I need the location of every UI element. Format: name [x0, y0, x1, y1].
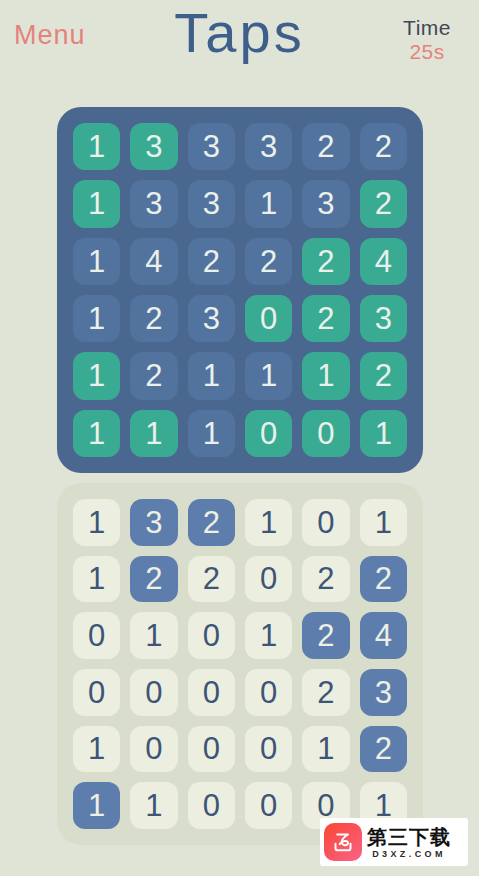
bottom-board-cell-r1c1: 1 [73, 499, 120, 546]
top-board-cell-r5c6[interactable]: 2 [360, 352, 407, 399]
top-board-cell-r3c3[interactable]: 2 [188, 238, 235, 285]
top-board-cell-r6c1[interactable]: 1 [73, 410, 120, 457]
bottom-board-cell-r2c4: 0 [245, 556, 292, 603]
bottom-board-cell-r2c6: 2 [360, 556, 407, 603]
top-board-cell-r2c4[interactable]: 1 [245, 180, 292, 227]
top-board-cell-r5c2[interactable]: 2 [130, 352, 177, 399]
timer-label: Time [403, 16, 451, 40]
bottom-board-cell-r3c6: 4 [360, 612, 407, 659]
top-board-cell-r3c6[interactable]: 4 [360, 238, 407, 285]
top-board-cell-r3c1[interactable]: 1 [73, 238, 120, 285]
bottom-board-cell-r4c4: 0 [245, 669, 292, 716]
top-board-cell-r6c3[interactable]: 1 [188, 410, 235, 457]
bottom-board-cell-r4c1: 0 [73, 669, 120, 716]
top-board-cell-r3c2[interactable]: 4 [130, 238, 177, 285]
bottom-board-cell-r2c3: 2 [188, 556, 235, 603]
bottom-board-cell-r1c3: 2 [188, 499, 235, 546]
top-board-cell-r4c5[interactable]: 2 [302, 295, 349, 342]
watermark-domain: D3XZ.COM [372, 849, 446, 859]
bottom-board-cell-r3c4: 1 [245, 612, 292, 659]
top-board-cell-r1c2[interactable]: 3 [130, 123, 177, 170]
timer-value: 25s [403, 40, 451, 64]
top-board-cell-r6c4[interactable]: 0 [245, 410, 292, 457]
watermark: 第三下载 D3XZ.COM [320, 818, 468, 866]
top-board-cell-r1c5[interactable]: 2 [302, 123, 349, 170]
taps-app: Menu Taps Time 25s 133322133132142224123… [0, 0, 479, 876]
top-board-cell-r5c5[interactable]: 1 [302, 352, 349, 399]
play-board: 133322133132142224123023121112111001 [57, 107, 423, 473]
bottom-board-cell-r5c6: 2 [360, 726, 407, 773]
bottom-board-cell-r5c2: 0 [130, 726, 177, 773]
top-board-cell-r5c3[interactable]: 1 [188, 352, 235, 399]
bottom-board-cell-r2c1: 1 [73, 556, 120, 603]
top-board-cell-r3c4[interactable]: 2 [245, 238, 292, 285]
top-board-cell-r4c3[interactable]: 3 [188, 295, 235, 342]
bottom-board-cell-r5c1: 1 [73, 726, 120, 773]
top-board-cell-r2c1[interactable]: 1 [73, 180, 120, 227]
top-board-cell-r4c4[interactable]: 0 [245, 295, 292, 342]
bottom-board-cell-r2c5: 2 [302, 556, 349, 603]
bottom-board-cell-r3c1: 0 [73, 612, 120, 659]
bottom-board-cell-r1c4: 1 [245, 499, 292, 546]
top-board-cell-r1c4[interactable]: 3 [245, 123, 292, 170]
top-board-cell-r6c5[interactable]: 0 [302, 410, 349, 457]
top-board-cell-r2c5[interactable]: 3 [302, 180, 349, 227]
bottom-board-cell-r5c3: 0 [188, 726, 235, 773]
bottom-board-cell-r6c2: 1 [130, 782, 177, 829]
bottom-board-cell-r3c5: 2 [302, 612, 349, 659]
top-board-cell-r2c3[interactable]: 3 [188, 180, 235, 227]
watermark-title: 第三下载 [367, 826, 451, 848]
top-board-cell-r2c2[interactable]: 3 [130, 180, 177, 227]
bottom-board-cell-r1c2: 3 [130, 499, 177, 546]
top-board-cell-r3c5[interactable]: 2 [302, 238, 349, 285]
top-board-cell-r5c4[interactable]: 1 [245, 352, 292, 399]
top-board-cell-r6c2[interactable]: 1 [130, 410, 177, 457]
top-board-cell-r1c1[interactable]: 1 [73, 123, 120, 170]
bottom-board-cell-r3c3: 0 [188, 612, 235, 659]
top-board-cell-r5c1[interactable]: 1 [73, 352, 120, 399]
bottom-board-cell-r1c6: 1 [360, 499, 407, 546]
bottom-board-cell-r4c6: 3 [360, 669, 407, 716]
top-board-cell-r1c3[interactable]: 3 [188, 123, 235, 170]
timer: Time 25s [403, 16, 451, 64]
bottom-board-cell-r6c1: 1 [73, 782, 120, 829]
bottom-board-cell-r3c2: 1 [130, 612, 177, 659]
bottom-board-cell-r6c3: 0 [188, 782, 235, 829]
watermark-text: 第三下载 D3XZ.COM [367, 826, 451, 859]
bottom-board-cell-r5c5: 1 [302, 726, 349, 773]
top-board-cell-r1c6[interactable]: 2 [360, 123, 407, 170]
download-icon [324, 823, 362, 861]
top-board-cell-r6c6[interactable]: 1 [360, 410, 407, 457]
target-board: 132101122022010124000023100012110001 [57, 483, 423, 845]
bottom-board-cell-r4c5: 2 [302, 669, 349, 716]
top-board-cell-r2c6[interactable]: 2 [360, 180, 407, 227]
bottom-board-cell-r5c4: 0 [245, 726, 292, 773]
top-board-cell-r4c1[interactable]: 1 [73, 295, 120, 342]
top-board-cell-r4c6[interactable]: 3 [360, 295, 407, 342]
bottom-board-cell-r1c5: 0 [302, 499, 349, 546]
top-board-cell-r4c2[interactable]: 2 [130, 295, 177, 342]
bottom-board-cell-r6c4: 0 [245, 782, 292, 829]
bottom-board-cell-r4c2: 0 [130, 669, 177, 716]
bottom-board-cell-r2c2: 2 [130, 556, 177, 603]
bottom-board-cell-r4c3: 0 [188, 669, 235, 716]
